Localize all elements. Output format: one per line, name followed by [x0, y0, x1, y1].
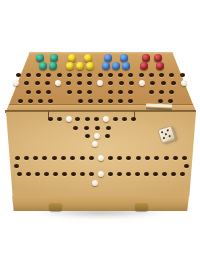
hole[interactable]	[159, 89, 165, 95]
hole[interactable]	[72, 125, 78, 131]
hole[interactable]	[131, 116, 137, 122]
board-row	[13, 80, 187, 86]
peg-white[interactable]	[98, 171, 104, 177]
hole[interactable]	[148, 89, 154, 95]
peg-yellow[interactable]	[68, 54, 76, 62]
hole[interactable]	[171, 171, 177, 177]
hole-with-peg	[97, 80, 103, 86]
board-row	[47, 116, 137, 122]
peg-white[interactable]	[66, 116, 72, 122]
hole[interactable]	[24, 80, 30, 86]
hole[interactable]	[129, 80, 135, 86]
hole[interactable]	[153, 171, 159, 177]
hole[interactable]	[97, 72, 103, 78]
hole[interactable]	[16, 171, 22, 177]
hole-with-peg	[55, 80, 61, 86]
hole[interactable]	[36, 72, 42, 78]
hole[interactable]	[25, 171, 31, 177]
hole[interactable]	[134, 171, 140, 177]
hole[interactable]	[104, 133, 110, 139]
hole[interactable]	[138, 72, 144, 78]
hole[interactable]	[84, 133, 90, 139]
hole[interactable]	[122, 116, 128, 122]
peg-green[interactable]	[50, 54, 58, 62]
peg-white[interactable]	[13, 80, 19, 86]
hole[interactable]	[77, 98, 83, 104]
hole[interactable]	[87, 98, 93, 104]
hole[interactable]	[163, 155, 169, 161]
hole[interactable]	[36, 89, 42, 95]
hole[interactable]	[157, 98, 163, 104]
hole[interactable]	[107, 98, 113, 104]
hole[interactable]	[108, 80, 114, 86]
hole[interactable]	[47, 98, 53, 104]
hole[interactable]	[75, 116, 81, 122]
peg-green[interactable]	[36, 54, 44, 62]
peg-white[interactable]	[97, 80, 103, 86]
hole[interactable]	[150, 80, 156, 86]
hole[interactable]	[89, 171, 95, 177]
hole-with-peg	[181, 80, 187, 86]
peg-white[interactable]	[181, 80, 187, 86]
hole[interactable]	[107, 72, 113, 78]
peg-white[interactable]	[94, 133, 100, 139]
hole[interactable]	[71, 171, 77, 177]
hole[interactable]	[117, 98, 123, 104]
peg-red[interactable]	[154, 54, 162, 62]
hole[interactable]	[171, 80, 177, 86]
hole-with-peg	[98, 171, 104, 177]
hole[interactable]	[97, 98, 103, 104]
hole[interactable]	[56, 72, 62, 78]
hole[interactable]	[89, 155, 95, 161]
board-row	[17, 98, 183, 104]
hole[interactable]	[180, 171, 186, 177]
hole-with-peg	[66, 116, 72, 122]
hole[interactable]	[61, 155, 67, 161]
peg-blue[interactable]	[102, 62, 110, 70]
hole[interactable]	[87, 72, 93, 78]
hole[interactable]	[66, 80, 72, 86]
peg-white[interactable]	[55, 80, 61, 86]
peg-red[interactable]	[156, 62, 164, 70]
board-row	[84, 133, 110, 139]
hole[interactable]	[25, 72, 31, 78]
peg-white[interactable]	[92, 180, 98, 186]
board-front-edge	[12, 196, 189, 211]
hole[interactable]	[144, 171, 150, 177]
hole[interactable]	[159, 72, 165, 78]
hole[interactable]	[135, 155, 141, 161]
hole[interactable]	[76, 80, 82, 86]
board-row	[92, 180, 100, 186]
hole[interactable]	[52, 171, 58, 177]
peg-yellow[interactable]	[66, 62, 74, 70]
peg-white[interactable]	[139, 80, 145, 86]
hole[interactable]	[126, 155, 132, 161]
peg-blue[interactable]	[112, 62, 120, 70]
hole[interactable]	[160, 80, 166, 86]
product-photo	[0, 0, 200, 264]
hole[interactable]	[66, 89, 72, 95]
peg-blue[interactable]	[122, 62, 130, 70]
hole[interactable]	[14, 155, 20, 161]
hole[interactable]	[87, 89, 93, 95]
hole[interactable]	[154, 155, 160, 161]
hole[interactable]	[128, 72, 134, 78]
peg-green[interactable]	[49, 62, 57, 70]
hole[interactable]	[84, 116, 90, 122]
hole[interactable]	[25, 89, 31, 95]
hole[interactable]	[13, 163, 19, 169]
board-row	[13, 163, 19, 169]
hole[interactable]	[66, 72, 72, 78]
hole[interactable]	[87, 80, 93, 86]
brand-sticker-line	[146, 108, 172, 111]
hole[interactable]	[83, 125, 89, 131]
hole[interactable]	[62, 171, 68, 177]
peg-red[interactable]	[142, 54, 150, 62]
hole[interactable]	[112, 116, 118, 122]
hole[interactable]	[167, 98, 173, 104]
hole[interactable]	[106, 125, 112, 131]
hole[interactable]	[51, 155, 57, 161]
hole[interactable]	[15, 72, 21, 78]
hole[interactable]	[56, 116, 62, 122]
hole[interactable]	[182, 155, 188, 161]
hole[interactable]	[118, 80, 124, 86]
hole[interactable]	[117, 155, 123, 161]
peg-blue[interactable]	[120, 54, 128, 62]
hole[interactable]	[145, 155, 151, 161]
hole-with-peg	[98, 155, 104, 161]
hole[interactable]	[162, 171, 168, 177]
hole[interactable]	[169, 89, 175, 95]
hole[interactable]	[148, 72, 154, 78]
hole[interactable]	[17, 98, 23, 104]
peg-white[interactable]	[103, 116, 109, 122]
board-row	[72, 125, 112, 131]
hole[interactable]	[107, 89, 113, 95]
hole[interactable]	[80, 171, 86, 177]
hole[interactable]	[107, 155, 113, 161]
hole[interactable]	[125, 171, 131, 177]
hole[interactable]	[127, 98, 133, 104]
hole[interactable]	[183, 163, 189, 169]
hole[interactable]	[34, 171, 40, 177]
peg-red[interactable]	[140, 62, 148, 70]
hole[interactable]	[95, 125, 101, 131]
hole[interactable]	[70, 155, 76, 161]
hole[interactable]	[118, 89, 124, 95]
hole[interactable]	[77, 72, 83, 78]
board-row	[183, 163, 189, 169]
hole[interactable]	[43, 171, 49, 177]
hole-with-peg	[94, 133, 100, 139]
hole[interactable]	[173, 155, 179, 161]
peg-yellow[interactable]	[86, 62, 94, 70]
hole[interactable]	[37, 98, 43, 104]
hole[interactable]	[23, 155, 29, 161]
hole[interactable]	[46, 89, 52, 95]
hinge-icon	[135, 203, 148, 211]
hole[interactable]	[79, 155, 85, 161]
hole[interactable]	[33, 155, 39, 161]
board-row	[15, 89, 185, 95]
peg-green[interactable]	[39, 62, 47, 70]
hole[interactable]	[107, 171, 113, 177]
peg-yellow[interactable]	[76, 62, 84, 70]
hinge-icon	[49, 203, 62, 211]
board-row	[16, 171, 186, 177]
board-row	[92, 141, 100, 147]
hole[interactable]	[77, 89, 83, 95]
hole[interactable]	[47, 116, 53, 122]
hole-with-peg	[92, 141, 98, 147]
hole[interactable]	[45, 80, 51, 86]
hole[interactable]	[34, 80, 40, 86]
board-row	[14, 155, 188, 161]
peg-yellow[interactable]	[84, 54, 92, 62]
hole[interactable]	[42, 155, 48, 161]
hole[interactable]	[118, 72, 124, 78]
board-row	[15, 72, 185, 78]
hole-with-peg	[13, 80, 19, 86]
hole[interactable]	[94, 116, 100, 122]
peg-white[interactable]	[98, 155, 104, 161]
brand-sticker	[146, 104, 172, 112]
hole-with-peg	[103, 116, 109, 122]
hole[interactable]	[169, 72, 175, 78]
hole[interactable]	[27, 98, 33, 104]
hole[interactable]	[116, 171, 122, 177]
hole[interactable]	[179, 72, 185, 78]
hole[interactable]	[46, 72, 52, 78]
peg-white[interactable]	[92, 141, 98, 147]
hole-with-peg	[139, 80, 145, 86]
peg-blue[interactable]	[104, 54, 112, 62]
hole[interactable]	[128, 89, 134, 95]
hole-with-peg	[92, 180, 98, 186]
